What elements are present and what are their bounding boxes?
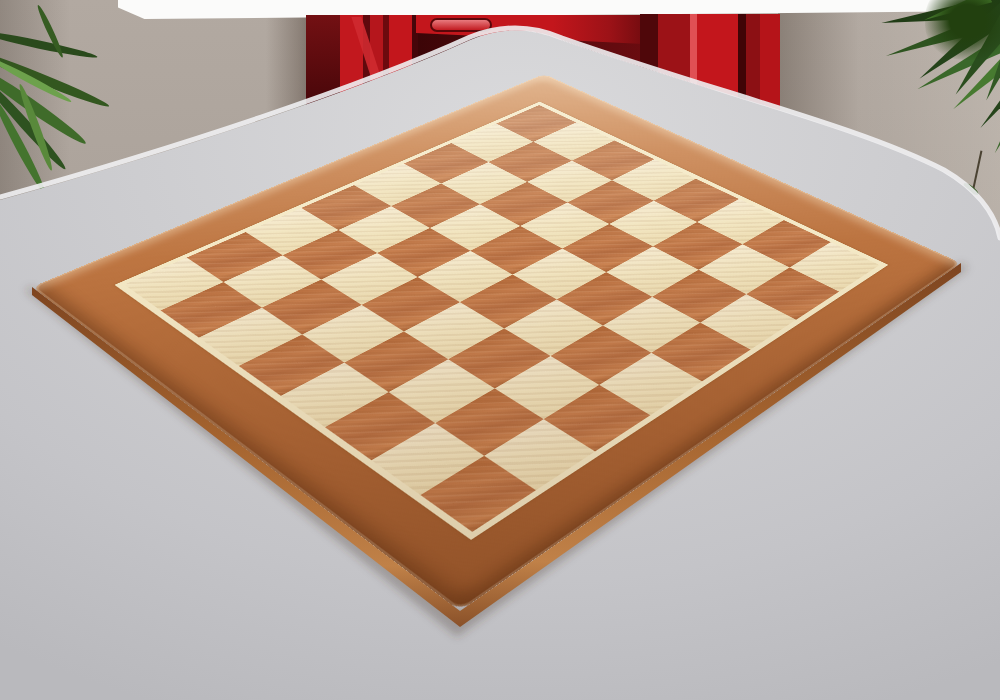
photo-scene [0,0,1000,700]
